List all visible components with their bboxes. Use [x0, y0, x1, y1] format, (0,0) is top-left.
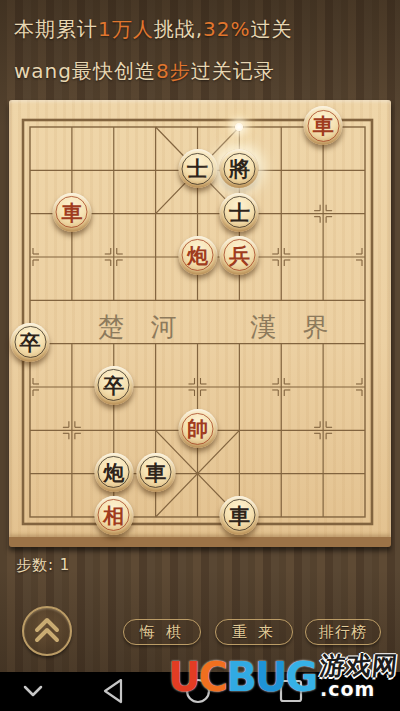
red-chariot[interactable]: 車: [52, 193, 91, 232]
watermark-site-text: 游戏网: [319, 653, 400, 679]
piece-ring: [182, 239, 214, 271]
black-pawn[interactable]: 卒: [94, 366, 133, 405]
double-chevron-up-icon: [24, 608, 70, 654]
record-text: wang最快创造8步过关记录: [14, 50, 394, 92]
black-advisor[interactable]: 士: [220, 193, 259, 232]
piece-ring: [98, 456, 130, 488]
piece-ring: [14, 326, 46, 358]
river-text-left: 楚 河: [98, 312, 185, 342]
piece-ring: [223, 153, 255, 185]
red-general[interactable]: 帥: [178, 409, 217, 448]
watermark-domain-text: .com: [320, 680, 375, 699]
red-chariot[interactable]: 車: [304, 106, 343, 145]
piece-ring: [182, 153, 214, 185]
black-cannon[interactable]: 炮: [94, 453, 133, 492]
black-advisor[interactable]: 士: [178, 149, 217, 188]
piece-ring: [98, 499, 130, 531]
piece-ring: [307, 109, 339, 141]
last-move-origin-marker: [235, 123, 244, 132]
black-chariot[interactable]: 車: [136, 453, 175, 492]
piece-ring: [182, 413, 214, 445]
piece-ring: [140, 456, 172, 488]
piece-ring: [223, 239, 255, 271]
move-counter: 步数: 1: [16, 556, 70, 575]
move-counter-label: 步数:: [16, 556, 54, 574]
red-cannon[interactable]: 炮: [178, 236, 217, 275]
piece-ring: [223, 499, 255, 531]
piece-ring: [98, 369, 130, 401]
move-counter-value: 1: [60, 556, 71, 574]
restart-button[interactable]: 重 来: [215, 619, 293, 645]
river-text-right: 漢 界: [250, 312, 337, 342]
back-icon[interactable]: [105, 680, 121, 702]
hide-navbar-chevron-icon[interactable]: [25, 687, 41, 695]
leaderboard-button[interactable]: 排行榜: [305, 619, 381, 645]
red-elephant[interactable]: 相: [94, 496, 133, 535]
black-general[interactable]: 將: [220, 149, 259, 188]
red-pawn[interactable]: 兵: [220, 236, 259, 275]
undo-move-button[interactable]: 悔 棋: [123, 619, 201, 645]
ucbug-logo-text: UCBUG: [168, 653, 316, 701]
collapse-panel-button[interactable]: [22, 606, 72, 656]
black-chariot[interactable]: 車: [220, 496, 259, 535]
challenge-banner: 本期累计1万人挑战,32%过关 wang最快创造8步过关记录: [14, 8, 394, 92]
ucbug-watermark: UCBUG 游戏网 .com: [168, 653, 398, 701]
xiangqi-board[interactable]: 楚 河 漢 界 車士將車士炮兵卒卒帥炮車相車: [9, 100, 391, 547]
black-pawn[interactable]: 卒: [11, 323, 50, 362]
challenge-stats-text: 本期累计1万人挑战,32%过关: [14, 8, 394, 50]
piece-ring: [56, 196, 88, 228]
piece-ring: [223, 196, 255, 228]
